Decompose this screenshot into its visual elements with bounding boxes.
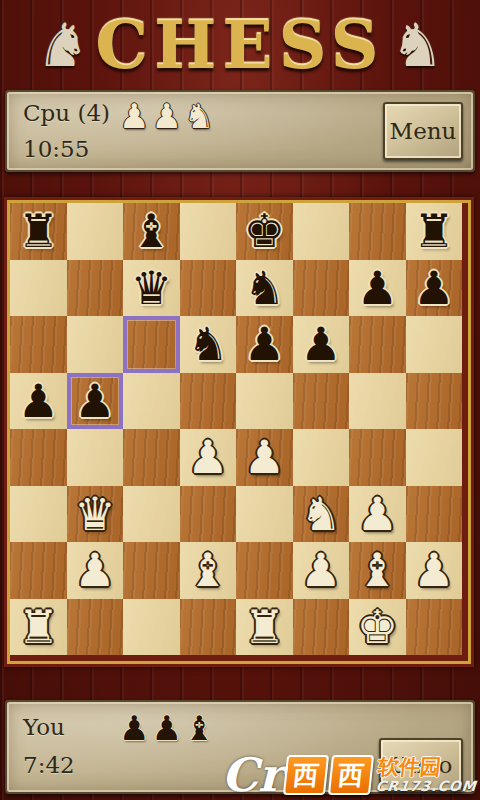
cpu-player-label: Cpu (4) bbox=[23, 100, 110, 126]
square-h5[interactable] bbox=[406, 373, 463, 430]
square-g4[interactable] bbox=[349, 429, 406, 486]
square-e4[interactable]: ♟ bbox=[236, 429, 293, 486]
you-captured-pieces: ♟♟♝ bbox=[119, 706, 214, 750]
white-knight-f3: ♞ bbox=[300, 491, 341, 537]
watermark-char-box-2: 西 bbox=[328, 755, 374, 795]
white-pawn-h2: ♟ bbox=[413, 547, 454, 593]
app-title: CHESS bbox=[95, 12, 384, 78]
square-h8[interactable]: ♜ bbox=[406, 203, 463, 260]
captured-black-piece-icon: ♝ bbox=[184, 706, 214, 750]
square-g6[interactable] bbox=[349, 316, 406, 373]
black-pawn-a5: ♟ bbox=[18, 378, 59, 424]
square-a3[interactable] bbox=[10, 486, 67, 543]
square-b2[interactable]: ♟ bbox=[67, 542, 124, 599]
square-h1[interactable] bbox=[406, 599, 463, 656]
square-f8[interactable] bbox=[293, 203, 350, 260]
square-c6[interactable] bbox=[123, 316, 180, 373]
square-f6[interactable]: ♟ bbox=[293, 316, 350, 373]
cpu-info-bar: Cpu (4) 10:55 ♟♟♞ Menu bbox=[5, 90, 475, 172]
watermark-domain: CR173.COM bbox=[375, 778, 477, 794]
square-b7[interactable] bbox=[67, 260, 124, 317]
captured-white-piece-icon: ♟ bbox=[151, 94, 181, 138]
you-clock: 7:42 bbox=[23, 752, 75, 778]
square-h6[interactable] bbox=[406, 316, 463, 373]
square-d5[interactable] bbox=[180, 373, 237, 430]
square-e3[interactable] bbox=[236, 486, 293, 543]
square-f7[interactable] bbox=[293, 260, 350, 317]
watermark-logo: Cr bbox=[221, 755, 282, 796]
white-king-g1: ♚ bbox=[357, 604, 398, 650]
square-e2[interactable] bbox=[236, 542, 293, 599]
white-pawn-d4: ♟ bbox=[187, 434, 228, 480]
captured-white-piece-icon: ♟ bbox=[119, 94, 149, 138]
square-d6[interactable]: ♞ bbox=[180, 316, 237, 373]
square-f1[interactable] bbox=[293, 599, 350, 656]
black-pawn-h7: ♟ bbox=[413, 265, 454, 311]
white-pawn-f2: ♟ bbox=[300, 547, 341, 593]
square-c8[interactable]: ♝ bbox=[123, 203, 180, 260]
square-b8[interactable] bbox=[67, 203, 124, 260]
header: ♞ CHESS ♞ bbox=[0, 0, 480, 90]
black-pawn-e6: ♟ bbox=[244, 321, 285, 367]
square-e1[interactable]: ♜ bbox=[236, 599, 293, 656]
black-knight-d6: ♞ bbox=[187, 321, 228, 367]
captured-black-piece-icon: ♟ bbox=[151, 706, 181, 750]
black-bishop-c8: ♝ bbox=[131, 208, 172, 254]
square-c7[interactable]: ♛ bbox=[123, 260, 180, 317]
square-d3[interactable] bbox=[180, 486, 237, 543]
square-a1[interactable]: ♜ bbox=[10, 599, 67, 656]
watermark-site-suffix: 软件园 bbox=[377, 757, 480, 778]
white-pawn-e4: ♟ bbox=[244, 434, 285, 480]
square-a5[interactable]: ♟ bbox=[10, 373, 67, 430]
knight-icon-left: ♞ bbox=[36, 15, 90, 75]
square-g8[interactable] bbox=[349, 203, 406, 260]
white-bishop-d2: ♝ bbox=[187, 547, 228, 593]
square-f3[interactable]: ♞ bbox=[293, 486, 350, 543]
menu-button[interactable]: Menu bbox=[383, 102, 463, 160]
square-d7[interactable] bbox=[180, 260, 237, 317]
white-queen-b3: ♛ bbox=[74, 491, 115, 537]
square-g3[interactable]: ♟ bbox=[349, 486, 406, 543]
square-h2[interactable]: ♟ bbox=[406, 542, 463, 599]
square-e6[interactable]: ♟ bbox=[236, 316, 293, 373]
you-player-label: You bbox=[23, 714, 65, 740]
square-d8[interactable] bbox=[180, 203, 237, 260]
square-a4[interactable] bbox=[10, 429, 67, 486]
square-c2[interactable] bbox=[123, 542, 180, 599]
black-rook-a8: ♜ bbox=[18, 208, 59, 254]
black-king-e8: ♚ bbox=[244, 208, 285, 254]
cpu-captured-pieces: ♟♟♞ bbox=[119, 94, 214, 138]
square-a7[interactable] bbox=[10, 260, 67, 317]
captured-white-piece-icon: ♞ bbox=[184, 94, 214, 138]
square-e7[interactable]: ♞ bbox=[236, 260, 293, 317]
square-c5[interactable] bbox=[123, 373, 180, 430]
square-f4[interactable] bbox=[293, 429, 350, 486]
square-g7[interactable]: ♟ bbox=[349, 260, 406, 317]
square-b3[interactable]: ♛ bbox=[67, 486, 124, 543]
chess-board: ♜♝♚♜♛♞♟♟♞♟♟♟♟♟♟♛♞♟♟♝♟♝♟♜♜♚ bbox=[10, 203, 462, 655]
square-e8[interactable]: ♚ bbox=[236, 203, 293, 260]
square-d1[interactable] bbox=[180, 599, 237, 656]
square-e5[interactable] bbox=[236, 373, 293, 430]
square-f5[interactable] bbox=[293, 373, 350, 430]
square-h4[interactable] bbox=[406, 429, 463, 486]
square-a2[interactable] bbox=[10, 542, 67, 599]
square-a6[interactable] bbox=[10, 316, 67, 373]
white-bishop-g2: ♝ bbox=[357, 547, 398, 593]
site-watermark: Cr 西 西 软件园 CR173.COM bbox=[221, 755, 478, 796]
square-b5[interactable]: ♟ bbox=[67, 373, 124, 430]
white-rook-e1: ♜ bbox=[244, 604, 285, 650]
square-g5[interactable] bbox=[349, 373, 406, 430]
square-c3[interactable] bbox=[123, 486, 180, 543]
square-g2[interactable]: ♝ bbox=[349, 542, 406, 599]
white-pawn-b2: ♟ bbox=[74, 547, 115, 593]
square-d4[interactable]: ♟ bbox=[180, 429, 237, 486]
square-a8[interactable]: ♜ bbox=[10, 203, 67, 260]
knight-icon-right: ♞ bbox=[391, 15, 445, 75]
black-pawn-g7: ♟ bbox=[357, 265, 398, 311]
black-queen-c7: ♛ bbox=[131, 265, 172, 311]
square-b1[interactable] bbox=[67, 599, 124, 656]
square-d2[interactable]: ♝ bbox=[180, 542, 237, 599]
captured-black-piece-icon: ♟ bbox=[119, 706, 149, 750]
board-gold-border: ♜♝♚♜♛♞♟♟♞♟♟♟♟♟♟♛♞♟♟♝♟♝♟♜♜♚ bbox=[7, 200, 471, 664]
watermark-char-box-1: 西 bbox=[283, 755, 329, 795]
square-h7[interactable]: ♟ bbox=[406, 260, 463, 317]
square-c1[interactable] bbox=[123, 599, 180, 656]
white-pawn-g3: ♟ bbox=[357, 491, 398, 537]
square-h3[interactable] bbox=[406, 486, 463, 543]
black-knight-e7: ♞ bbox=[244, 265, 285, 311]
board-frame: ♜♝♚♜♛♞♟♟♞♟♟♟♟♟♟♛♞♟♟♝♟♝♟♜♜♚ bbox=[4, 197, 474, 667]
white-rook-a1: ♜ bbox=[18, 604, 59, 650]
square-b6[interactable] bbox=[67, 316, 124, 373]
black-rook-h8: ♜ bbox=[413, 208, 454, 254]
cpu-clock: 10:55 bbox=[23, 136, 89, 162]
square-b4[interactable] bbox=[67, 429, 124, 486]
square-g1[interactable]: ♚ bbox=[349, 599, 406, 656]
black-pawn-b5: ♟ bbox=[74, 378, 115, 424]
black-pawn-f6: ♟ bbox=[300, 321, 341, 367]
square-f2[interactable]: ♟ bbox=[293, 542, 350, 599]
square-c4[interactable] bbox=[123, 429, 180, 486]
